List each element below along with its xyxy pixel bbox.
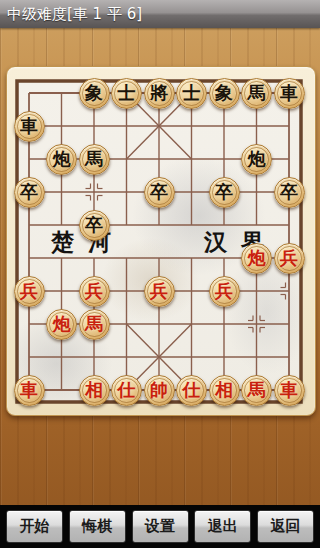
- piece-glyph: 士: [118, 84, 136, 102]
- piece-black-chariot[interactable]: 車: [274, 78, 305, 109]
- piece-glyph: 仕: [118, 381, 136, 399]
- piece-red-horse[interactable]: 馬: [79, 309, 110, 340]
- piece-glyph: 車: [20, 381, 38, 399]
- piece-glyph: 車: [280, 381, 298, 399]
- piece-glyph: 兵: [215, 282, 233, 300]
- piece-red-general[interactable]: 帥: [144, 375, 175, 406]
- piece-red-chariot[interactable]: 車: [274, 375, 305, 406]
- title-bar: 中级难度[車 1 平 6]: [0, 0, 320, 28]
- piece-red-pawn[interactable]: 兵: [14, 276, 45, 307]
- piece-glyph: 馬: [85, 150, 103, 168]
- piece-red-elephant[interactable]: 相: [79, 375, 110, 406]
- piece-black-elephant[interactable]: 象: [79, 78, 110, 109]
- piece-black-pawn[interactable]: 卒: [14, 177, 45, 208]
- piece-black-advisor[interactable]: 士: [111, 78, 142, 109]
- piece-red-pawn[interactable]: 兵: [79, 276, 110, 307]
- piece-black-pawn[interactable]: 卒: [209, 177, 240, 208]
- piece-glyph: 卒: [215, 183, 233, 201]
- piece-glyph: 象: [215, 84, 233, 102]
- piece-black-pawn[interactable]: 卒: [79, 210, 110, 241]
- piece-glyph: 兵: [280, 249, 298, 267]
- piece-glyph: 卒: [20, 183, 38, 201]
- piece-glyph: 卒: [280, 183, 298, 201]
- app-screen: 中级难度[車 1 平 6] 楚河 汉界 象士將士象馬車車炮馬炮卒卒卒卒卒炮兵兵兵…: [0, 0, 320, 548]
- piece-glyph: 馬: [85, 315, 103, 333]
- piece-glyph: 炮: [248, 249, 266, 267]
- piece-black-cannon[interactable]: 炮: [241, 144, 272, 175]
- piece-glyph: 將: [150, 84, 168, 102]
- piece-red-cannon[interactable]: 炮: [46, 309, 77, 340]
- piece-black-elephant[interactable]: 象: [209, 78, 240, 109]
- piece-red-horse[interactable]: 馬: [241, 375, 272, 406]
- piece-red-advisor[interactable]: 仕: [111, 375, 142, 406]
- back-button[interactable]: 返回: [257, 510, 314, 543]
- title-text: 中级难度[車 1 平 6]: [7, 5, 142, 23]
- piece-red-pawn[interactable]: 兵: [144, 276, 175, 307]
- piece-glyph: 炮: [53, 315, 71, 333]
- piece-red-elephant[interactable]: 相: [209, 375, 240, 406]
- piece-red-pawn[interactable]: 兵: [274, 243, 305, 274]
- piece-black-pawn[interactable]: 卒: [274, 177, 305, 208]
- piece-glyph: 相: [215, 381, 233, 399]
- piece-glyph: 馬: [248, 381, 266, 399]
- piece-black-horse[interactable]: 馬: [79, 144, 110, 175]
- exit-button[interactable]: 退出: [194, 510, 251, 543]
- piece-glyph: 士: [183, 84, 201, 102]
- bottom-toolbar: 开始 悔棋 设置 退出 返回: [0, 505, 320, 548]
- piece-glyph: 馬: [248, 84, 266, 102]
- start-button[interactable]: 开始: [6, 510, 63, 543]
- piece-glyph: 相: [85, 381, 103, 399]
- piece-black-advisor[interactable]: 士: [176, 78, 207, 109]
- piece-glyph: 卒: [150, 183, 168, 201]
- piece-glyph: 炮: [53, 150, 71, 168]
- piece-glyph: 帥: [150, 381, 168, 399]
- piece-glyph: 兵: [20, 282, 38, 300]
- xiangqi-board[interactable]: 楚河 汉界 象士將士象馬車車炮馬炮卒卒卒卒卒炮兵兵兵兵兵炮馬車相仕帥仕相馬車: [6, 66, 316, 416]
- piece-black-chariot[interactable]: 車: [14, 111, 45, 142]
- piece-glyph: 兵: [150, 282, 168, 300]
- piece-glyph: 仕: [183, 381, 201, 399]
- piece-black-cannon[interactable]: 炮: [46, 144, 77, 175]
- piece-glyph: 炮: [248, 150, 266, 168]
- piece-black-horse[interactable]: 馬: [241, 78, 272, 109]
- piece-red-chariot[interactable]: 車: [14, 375, 45, 406]
- piece-glyph: 卒: [85, 216, 103, 234]
- piece-black-pawn[interactable]: 卒: [144, 177, 175, 208]
- settings-button[interactable]: 设置: [132, 510, 189, 543]
- piece-glyph: 車: [280, 84, 298, 102]
- piece-red-advisor[interactable]: 仕: [176, 375, 207, 406]
- piece-glyph: 象: [85, 84, 103, 102]
- piece-black-general[interactable]: 將: [144, 78, 175, 109]
- piece-red-pawn[interactable]: 兵: [209, 276, 240, 307]
- undo-button[interactable]: 悔棋: [69, 510, 126, 543]
- piece-glyph: 車: [20, 117, 38, 135]
- piece-red-cannon[interactable]: 炮: [241, 243, 272, 274]
- piece-glyph: 兵: [85, 282, 103, 300]
